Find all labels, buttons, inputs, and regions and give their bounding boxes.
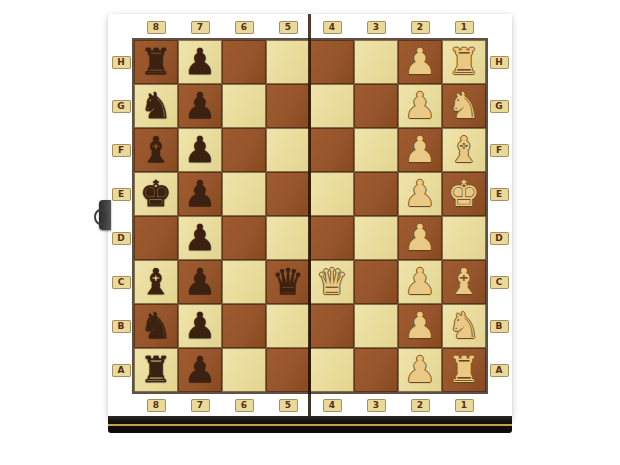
piece-white-rook: ♜: [448, 40, 480, 84]
piece-white-knight: ♞: [448, 304, 480, 348]
piece-black-pawn: ♟: [184, 260, 216, 304]
piece-black-bishop: ♝: [140, 260, 172, 304]
coordinate-label: 1: [442, 17, 486, 37]
chess-board: 87654321 87654321 HGFEDCBA HGFEDCBA ♜♟♟♜…: [108, 14, 512, 418]
coordinate-label: H: [489, 40, 509, 84]
square-b5[interactable]: [266, 304, 310, 348]
piece-white-king: ♚: [448, 172, 480, 216]
square-c1[interactable]: ♝: [442, 260, 486, 304]
piece-black-pawn: ♟: [184, 216, 216, 260]
piece-white-pawn: ♟: [404, 84, 436, 128]
product-photo-stage: 87654321 87654321 HGFEDCBA HGFEDCBA ♜♟♟♜…: [0, 0, 620, 465]
piece-white-pawn: ♟: [404, 348, 436, 392]
piece-white-pawn: ♟: [404, 40, 436, 84]
coordinate-label: C: [489, 260, 509, 304]
piece-black-knight: ♞: [140, 84, 172, 128]
coordinate-label: B: [489, 304, 509, 348]
piece-white-pawn: ♟: [404, 304, 436, 348]
coordinate-label: B: [111, 304, 131, 348]
square-d5[interactable]: [266, 216, 310, 260]
coordinate-label: D: [489, 216, 509, 260]
square-g4[interactable]: [310, 84, 354, 128]
coordinate-label: E: [111, 172, 131, 216]
square-c7[interactable]: ♟: [178, 260, 222, 304]
square-d4[interactable]: [310, 216, 354, 260]
square-e5[interactable]: [266, 172, 310, 216]
square-e4[interactable]: [310, 172, 354, 216]
piece-white-pawn: ♟: [404, 128, 436, 172]
square-b7[interactable]: ♟: [178, 304, 222, 348]
square-f6[interactable]: [222, 128, 266, 172]
piece-black-pawn: ♟: [184, 40, 216, 84]
coordinate-label: F: [489, 128, 509, 172]
coordinate-label: G: [489, 84, 509, 128]
piece-white-pawn: ♟: [404, 172, 436, 216]
square-b4[interactable]: [310, 304, 354, 348]
coordinate-label: 8: [134, 395, 178, 415]
square-d1[interactable]: [442, 216, 486, 260]
square-e6[interactable]: [222, 172, 266, 216]
coordinate-label: C: [111, 260, 131, 304]
piece-black-pawn: ♟: [184, 172, 216, 216]
square-f2[interactable]: ♟: [398, 128, 442, 172]
coordinate-label: A: [111, 348, 131, 392]
square-c4[interactable]: ♛: [310, 260, 354, 304]
square-g7[interactable]: ♟: [178, 84, 222, 128]
square-a8[interactable]: ♜: [134, 348, 178, 392]
piece-black-rook: ♜: [140, 40, 172, 84]
coordinate-label: 4: [310, 395, 354, 415]
square-f4[interactable]: [310, 128, 354, 172]
piece-black-bishop: ♝: [140, 128, 172, 172]
square-b6[interactable]: [222, 304, 266, 348]
square-a1[interactable]: ♜: [442, 348, 486, 392]
coordinate-label: D: [111, 216, 131, 260]
piece-black-pawn: ♟: [184, 128, 216, 172]
square-g8[interactable]: ♞: [134, 84, 178, 128]
coordinate-label: H: [111, 40, 131, 84]
coordinate-label: 5: [266, 17, 310, 37]
square-h2[interactable]: ♟: [398, 40, 442, 84]
file-labels-left-rail: HGFEDCBA: [111, 40, 131, 392]
square-g5[interactable]: [266, 84, 310, 128]
piece-black-king: ♚: [140, 172, 172, 216]
piece-white-pawn: ♟: [404, 216, 436, 260]
coordinate-label: 5: [266, 395, 310, 415]
square-d3[interactable]: [354, 216, 398, 260]
piece-white-pawn: ♟: [404, 260, 436, 304]
square-d7[interactable]: ♟: [178, 216, 222, 260]
coordinate-label: F: [111, 128, 131, 172]
square-h6[interactable]: [222, 40, 266, 84]
piece-black-knight: ♞: [140, 304, 172, 348]
coordinate-label: 2: [398, 395, 442, 415]
gold-pinstripe: [108, 424, 512, 426]
square-b8[interactable]: ♞: [134, 304, 178, 348]
square-g2[interactable]: ♟: [398, 84, 442, 128]
square-e8[interactable]: ♚: [134, 172, 178, 216]
piece-white-rook: ♜: [448, 348, 480, 392]
square-h1[interactable]: ♜: [442, 40, 486, 84]
square-d2[interactable]: ♟: [398, 216, 442, 260]
piece-white-knight: ♞: [448, 84, 480, 128]
square-f1[interactable]: ♝: [442, 128, 486, 172]
piece-black-pawn: ♟: [184, 84, 216, 128]
square-c8[interactable]: ♝: [134, 260, 178, 304]
coordinate-label: G: [111, 84, 131, 128]
square-f5[interactable]: [266, 128, 310, 172]
square-a5[interactable]: [266, 348, 310, 392]
square-e2[interactable]: ♟: [398, 172, 442, 216]
square-e7[interactable]: ♟: [178, 172, 222, 216]
coordinate-label: 6: [222, 395, 266, 415]
file-labels-right-rail: HGFEDCBA: [489, 40, 509, 392]
coordinate-label: 8: [134, 17, 178, 37]
piece-black-rook: ♜: [140, 348, 172, 392]
piece-black-pawn: ♟: [184, 304, 216, 348]
coordinate-label: E: [489, 172, 509, 216]
square-h5[interactable]: [266, 40, 310, 84]
piece-white-bishop: ♝: [448, 260, 480, 304]
square-c6[interactable]: [222, 260, 266, 304]
fold-hinge-seam: [308, 14, 311, 418]
square-c5[interactable]: ♛: [266, 260, 310, 304]
square-f3[interactable]: [354, 128, 398, 172]
square-h8[interactable]: ♜: [134, 40, 178, 84]
coordinate-label: 6: [222, 17, 266, 37]
square-c2[interactable]: ♟: [398, 260, 442, 304]
square-a7[interactable]: ♟: [178, 348, 222, 392]
coordinate-label: A: [489, 348, 509, 392]
coordinate-label: 3: [354, 17, 398, 37]
square-a2[interactable]: ♟: [398, 348, 442, 392]
square-b3[interactable]: [354, 304, 398, 348]
square-g3[interactable]: [354, 84, 398, 128]
piece-white-bishop: ♝: [448, 128, 480, 172]
square-b2[interactable]: ♟: [398, 304, 442, 348]
coordinate-label: 7: [178, 17, 222, 37]
square-d8[interactable]: [134, 216, 178, 260]
square-h4[interactable]: [310, 40, 354, 84]
coordinate-label: 3: [354, 395, 398, 415]
square-c3[interactable]: [354, 260, 398, 304]
square-h3[interactable]: [354, 40, 398, 84]
square-g1[interactable]: ♞: [442, 84, 486, 128]
coordinate-label: 1: [442, 395, 486, 415]
coordinate-label: 4: [310, 17, 354, 37]
square-d6[interactable]: [222, 216, 266, 260]
square-a3[interactable]: [354, 348, 398, 392]
square-g6[interactable]: [222, 84, 266, 128]
square-f7[interactable]: ♟: [178, 128, 222, 172]
square-a4[interactable]: [310, 348, 354, 392]
square-f8[interactable]: ♝: [134, 128, 178, 172]
square-a6[interactable]: [222, 348, 266, 392]
board-side-edge: [108, 416, 512, 433]
square-e3[interactable]: [354, 172, 398, 216]
metal-clasp: [99, 200, 111, 230]
piece-black-pawn: ♟: [184, 348, 216, 392]
square-h7[interactable]: ♟: [178, 40, 222, 84]
piece-black-queen: ♛: [272, 260, 304, 304]
square-b1[interactable]: ♞: [442, 304, 486, 348]
piece-white-queen: ♛: [316, 260, 348, 304]
square-e1[interactable]: ♚: [442, 172, 486, 216]
coordinate-label: 7: [178, 395, 222, 415]
coordinate-label: 2: [398, 17, 442, 37]
